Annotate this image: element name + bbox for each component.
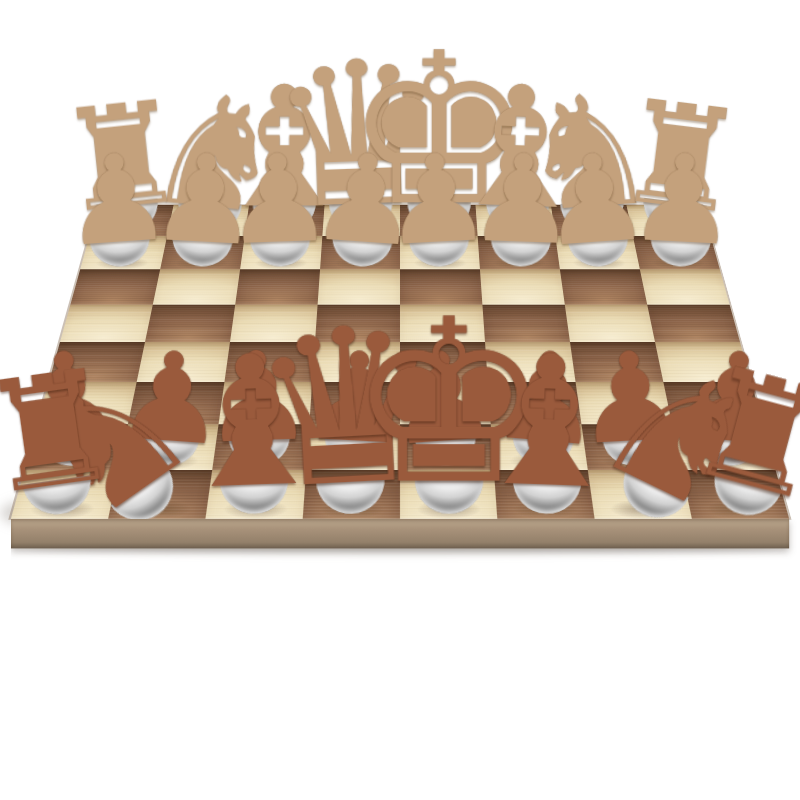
square-h6[interactable] (640, 269, 730, 304)
square-h8[interactable] (626, 205, 710, 236)
square-b6[interactable] (153, 269, 240, 304)
square-d8[interactable] (322, 205, 400, 236)
square-b8[interactable] (167, 205, 249, 236)
square-a7[interactable] (80, 236, 167, 269)
square-g6[interactable] (560, 269, 647, 304)
square-a8[interactable] (89, 205, 173, 236)
bishop-glyph: ♝ (432, 345, 665, 497)
square-c7[interactable] (240, 236, 322, 269)
square-a6[interactable] (70, 269, 160, 304)
square-e7[interactable] (400, 236, 480, 269)
square-h7[interactable] (633, 236, 720, 269)
wavy-chessboard: ♜♞♝♛♚♝♞♜♟♟♟♟♟♟♟♟♟♟♟♟♟♟♟♟♜♞♝♛♚♝♞♜ (11, 205, 789, 519)
square-d7[interactable] (320, 236, 400, 269)
square-f8[interactable] (475, 205, 555, 236)
board-front-edge (11, 519, 789, 549)
square-g7[interactable] (555, 236, 640, 269)
square-e8[interactable] (400, 205, 478, 236)
square-f7[interactable] (478, 236, 560, 269)
square-b7[interactable] (160, 236, 245, 269)
square-c8[interactable] (245, 205, 325, 236)
chess-scene: ♜♞♝♛♚♝♞♜♟♟♟♟♟♟♟♟♟♟♟♟♟♟♟♟♜♞♝♛♚♝♞♜ (60, 2, 740, 682)
square-g8[interactable] (551, 205, 633, 236)
product-photo-stage: ♜♞♝♛♚♝♞♜♟♟♟♟♟♟♟♟♟♟♟♟♟♟♟♟♜♞♝♛♚♝♞♜ (0, 0, 800, 800)
